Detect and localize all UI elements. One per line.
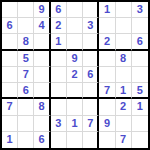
cell-r5c8[interactable] <box>116 67 132 83</box>
cell-r3c8[interactable] <box>116 34 132 50</box>
cell-r9c5[interactable] <box>67 132 83 148</box>
cell-r2c7[interactable] <box>99 18 115 34</box>
cell-r4c2[interactable]: 5 <box>18 51 34 67</box>
cell-r2c5[interactable] <box>67 18 83 34</box>
cell-r3c7[interactable]: 2 <box>99 34 115 50</box>
given-digit: 6 <box>38 134 44 145</box>
cell-r7c5[interactable] <box>67 99 83 115</box>
sudoku-board: 961364238126598726671578213179167 <box>0 0 150 150</box>
cell-r7c8[interactable]: 2 <box>116 99 132 115</box>
cell-r3c9[interactable]: 6 <box>132 34 148 50</box>
given-digit: 3 <box>137 4 143 15</box>
given-digit: 8 <box>23 36 29 47</box>
cell-r2c9[interactable] <box>132 18 148 34</box>
given-digit: 9 <box>71 53 77 64</box>
given-digit: 2 <box>120 101 126 112</box>
given-digit: 6 <box>55 4 61 15</box>
given-digit: 2 <box>71 69 77 80</box>
cell-r6c2[interactable]: 6 <box>18 83 34 99</box>
cell-r1c2[interactable] <box>18 2 34 18</box>
cell-r4c6[interactable] <box>83 51 99 67</box>
cell-r5c9[interactable] <box>132 67 148 83</box>
cell-r5c1[interactable] <box>2 67 18 83</box>
cell-r7c3[interactable]: 8 <box>34 99 50 115</box>
given-digit: 5 <box>23 53 29 64</box>
cell-r6c7[interactable]: 7 <box>99 83 115 99</box>
given-digit: 2 <box>55 20 61 31</box>
cell-r3c4[interactable]: 1 <box>51 34 67 50</box>
cell-r1c5[interactable] <box>67 2 83 18</box>
cell-r9c1[interactable]: 1 <box>2 132 18 148</box>
cell-r7c4[interactable] <box>51 99 67 115</box>
cell-r6c5[interactable] <box>67 83 83 99</box>
cell-r5c4[interactable] <box>51 67 67 83</box>
cell-r4c5[interactable]: 9 <box>67 51 83 67</box>
cell-r6c4[interactable] <box>51 83 67 99</box>
cell-r7c6[interactable] <box>83 99 99 115</box>
given-digit: 1 <box>104 4 110 15</box>
given-digit: 6 <box>23 85 29 96</box>
cell-r8c5[interactable]: 1 <box>67 116 83 132</box>
cell-r6c9[interactable]: 5 <box>132 83 148 99</box>
cell-r1c7[interactable]: 1 <box>99 2 115 18</box>
given-digit: 8 <box>120 53 126 64</box>
cell-r2c1[interactable]: 6 <box>2 18 18 34</box>
cell-r5c7[interactable] <box>99 67 115 83</box>
cell-r6c1[interactable] <box>2 83 18 99</box>
cell-r9c7[interactable] <box>99 132 115 148</box>
cell-r2c8[interactable] <box>116 18 132 34</box>
cell-r8c2[interactable] <box>18 116 34 132</box>
cell-r8c7[interactable]: 9 <box>99 116 115 132</box>
cell-r1c8[interactable] <box>116 2 132 18</box>
cell-r1c9[interactable]: 3 <box>132 2 148 18</box>
cell-r4c1[interactable] <box>2 51 18 67</box>
cell-r5c6[interactable]: 6 <box>83 67 99 83</box>
cell-r1c4[interactable]: 6 <box>51 2 67 18</box>
cell-r4c7[interactable] <box>99 51 115 67</box>
given-digit: 9 <box>104 118 110 129</box>
cell-r4c8[interactable]: 8 <box>116 51 132 67</box>
cell-r7c7[interactable] <box>99 99 115 115</box>
given-digit: 7 <box>104 85 110 96</box>
given-digit: 7 <box>7 101 13 112</box>
cell-r8c9[interactable] <box>132 116 148 132</box>
given-digit: 3 <box>55 118 61 129</box>
cell-r2c2[interactable] <box>18 18 34 34</box>
given-digit: 6 <box>87 69 93 80</box>
given-digit: 9 <box>38 4 44 15</box>
cell-r2c6[interactable]: 3 <box>83 18 99 34</box>
cell-r9c4[interactable] <box>51 132 67 148</box>
cell-r7c2[interactable] <box>18 99 34 115</box>
cell-r5c3[interactable] <box>34 67 50 83</box>
cell-r6c6[interactable] <box>83 83 99 99</box>
given-digit: 6 <box>137 36 143 47</box>
given-digit: 7 <box>87 118 93 129</box>
cell-r6c8[interactable]: 1 <box>116 83 132 99</box>
cell-r5c2[interactable]: 7 <box>18 67 34 83</box>
cell-r2c3[interactable]: 4 <box>34 18 50 34</box>
cell-r3c2[interactable]: 8 <box>18 34 34 50</box>
given-digit: 1 <box>137 101 143 112</box>
cell-r7c1[interactable]: 7 <box>2 99 18 115</box>
given-digit: 1 <box>120 85 126 96</box>
given-digit: 5 <box>137 85 143 96</box>
given-digit: 7 <box>120 134 126 145</box>
cell-r1c1[interactable] <box>2 2 18 18</box>
cell-r4c9[interactable] <box>132 51 148 67</box>
given-digit: 4 <box>38 20 44 31</box>
cell-r8c8[interactable] <box>116 116 132 132</box>
cell-r8c3[interactable] <box>34 116 50 132</box>
cell-r9c3[interactable]: 6 <box>34 132 50 148</box>
cell-r1c3[interactable]: 9 <box>34 2 50 18</box>
cell-r3c5[interactable] <box>67 34 83 50</box>
cell-r8c4[interactable]: 3 <box>51 116 67 132</box>
cell-r3c1[interactable] <box>2 34 18 50</box>
cell-r1c6[interactable] <box>83 2 99 18</box>
given-digit: 6 <box>7 20 13 31</box>
given-digit: 3 <box>87 20 93 31</box>
cell-r5c5[interactable]: 2 <box>67 67 83 83</box>
cell-r8c1[interactable] <box>2 116 18 132</box>
cell-r9c2[interactable] <box>18 132 34 148</box>
cell-r4c4[interactable] <box>51 51 67 67</box>
cell-r6c3[interactable] <box>34 83 50 99</box>
cell-r2c4[interactable]: 2 <box>51 18 67 34</box>
cell-r9c8[interactable]: 7 <box>116 132 132 148</box>
cell-r8c6[interactable]: 7 <box>83 116 99 132</box>
cell-r7c9[interactable]: 1 <box>132 99 148 115</box>
cell-r9c6[interactable] <box>83 132 99 148</box>
given-digit: 2 <box>104 36 110 47</box>
cell-r3c3[interactable] <box>34 34 50 50</box>
given-digit: 8 <box>38 101 44 112</box>
given-digit: 1 <box>71 118 77 129</box>
cell-r9c9[interactable] <box>132 132 148 148</box>
given-digit: 1 <box>55 36 61 47</box>
cell-r4c3[interactable] <box>34 51 50 67</box>
given-digit: 1 <box>7 134 13 145</box>
given-digit: 7 <box>23 69 29 80</box>
cell-r3c6[interactable] <box>83 34 99 50</box>
